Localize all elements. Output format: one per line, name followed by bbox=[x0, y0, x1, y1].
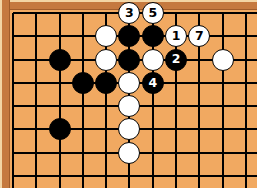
board-cell[interactable] bbox=[1, 71, 24, 94]
grid-line-vertical bbox=[59, 164, 61, 187]
grid-line-vertical bbox=[152, 118, 154, 141]
grid-line-horizontal bbox=[13, 12, 25, 14]
grid-line-vertical bbox=[105, 13, 107, 25]
black-stone-move-4[interactable]: 4 bbox=[142, 72, 164, 94]
board-cell[interactable] bbox=[188, 95, 211, 118]
grid-line-vertical bbox=[175, 95, 177, 118]
board-cell[interactable] bbox=[48, 141, 71, 164]
white-stone[interactable] bbox=[118, 118, 140, 140]
board-cell[interactable] bbox=[234, 48, 257, 71]
grid-line-vertical bbox=[245, 25, 247, 48]
grid-line-vertical bbox=[105, 164, 107, 187]
board-cell[interactable] bbox=[211, 141, 234, 164]
grid-line-vertical bbox=[59, 71, 61, 94]
board-cell[interactable] bbox=[188, 141, 211, 164]
grid-line-vertical bbox=[175, 71, 177, 94]
board-cell[interactable] bbox=[211, 95, 234, 118]
grid-line-vertical bbox=[35, 48, 37, 71]
board-cell[interactable] bbox=[25, 1, 48, 24]
grid-line-vertical bbox=[175, 141, 177, 164]
grid-line-vertical bbox=[175, 118, 177, 141]
white-stone[interactable] bbox=[118, 142, 140, 164]
board-cell[interactable] bbox=[211, 48, 234, 71]
black-stone[interactable] bbox=[118, 25, 140, 47]
board-cell[interactable] bbox=[1, 95, 24, 118]
black-stone[interactable] bbox=[95, 72, 117, 94]
grid-line-vertical bbox=[59, 25, 61, 48]
board-cell[interactable] bbox=[164, 71, 187, 94]
grid-line-vertical bbox=[245, 118, 247, 141]
grid-line-vertical bbox=[175, 13, 177, 25]
black-stone-move-2[interactable]: 2 bbox=[165, 49, 187, 71]
board-cell[interactable] bbox=[118, 118, 141, 141]
black-stone[interactable] bbox=[118, 49, 140, 71]
grid-line-vertical bbox=[105, 141, 107, 164]
board-cell[interactable]: 4 bbox=[141, 71, 164, 94]
board-cell[interactable] bbox=[188, 48, 211, 71]
board-cell[interactable] bbox=[71, 118, 94, 141]
black-stone[interactable] bbox=[49, 118, 71, 140]
grid-line-vertical bbox=[198, 95, 200, 118]
board-cell[interactable] bbox=[188, 164, 211, 187]
board-cell[interactable] bbox=[1, 141, 24, 164]
board-cell[interactable] bbox=[188, 1, 211, 24]
board-cell[interactable]: 1 bbox=[164, 25, 187, 48]
board-cell[interactable] bbox=[1, 164, 24, 187]
grid-line-vertical bbox=[245, 13, 247, 25]
board-cell[interactable] bbox=[1, 1, 24, 24]
grid-line-vertical bbox=[12, 48, 14, 71]
move-number: 2 bbox=[172, 53, 181, 66]
board-cell[interactable] bbox=[164, 118, 187, 141]
grid-line-vertical bbox=[222, 164, 224, 187]
board-cell[interactable] bbox=[95, 141, 118, 164]
grid-line-vertical bbox=[12, 13, 14, 25]
grid-line-vertical bbox=[245, 71, 247, 94]
black-stone[interactable] bbox=[49, 49, 71, 71]
board-cell[interactable]: 3 bbox=[118, 1, 141, 24]
grid-line-vertical bbox=[152, 141, 154, 164]
board-cell[interactable] bbox=[164, 1, 187, 24]
white-stone[interactable] bbox=[118, 72, 140, 94]
black-stone[interactable] bbox=[72, 72, 94, 94]
grid-line-vertical bbox=[222, 141, 224, 164]
grid-line-vertical bbox=[82, 164, 84, 187]
board-cell[interactable] bbox=[141, 25, 164, 48]
white-stone[interactable] bbox=[95, 25, 117, 47]
board-cell[interactable] bbox=[164, 164, 187, 187]
board-cell[interactable] bbox=[71, 25, 94, 48]
board-cell[interactable] bbox=[95, 118, 118, 141]
board-cell[interactable] bbox=[188, 71, 211, 94]
white-stone-move-5[interactable]: 5 bbox=[142, 2, 164, 24]
grid-line-vertical bbox=[82, 25, 84, 48]
board-cell[interactable] bbox=[71, 48, 94, 71]
move-number: 5 bbox=[148, 7, 157, 20]
grid-line-vertical bbox=[222, 118, 224, 141]
board-cell[interactable] bbox=[95, 48, 118, 71]
grid-line-vertical bbox=[59, 13, 61, 25]
board-cell[interactable] bbox=[48, 95, 71, 118]
board-cell[interactable] bbox=[71, 71, 94, 94]
board-cell[interactable] bbox=[234, 71, 257, 94]
board-cell[interactable] bbox=[188, 118, 211, 141]
grid-line-vertical bbox=[198, 48, 200, 71]
grid-line-horizontal bbox=[13, 152, 25, 154]
board-cell[interactable] bbox=[25, 71, 48, 94]
grid-line-vertical bbox=[198, 71, 200, 94]
grid-line-horizontal bbox=[13, 82, 25, 84]
board-cell[interactable] bbox=[234, 95, 257, 118]
grid-line-vertical bbox=[35, 164, 37, 187]
board-cell[interactable] bbox=[25, 95, 48, 118]
board-cell[interactable] bbox=[48, 48, 71, 71]
white-stone[interactable] bbox=[212, 49, 234, 71]
board-cell[interactable] bbox=[71, 95, 94, 118]
board-cell[interactable] bbox=[141, 95, 164, 118]
grid-line-horizontal bbox=[13, 105, 25, 107]
grid-line-vertical bbox=[198, 141, 200, 164]
board-cell[interactable] bbox=[48, 25, 71, 48]
board-cell[interactable] bbox=[234, 164, 257, 187]
board-cell[interactable] bbox=[95, 25, 118, 48]
grid-line-vertical bbox=[198, 164, 200, 187]
board-cell[interactable] bbox=[211, 25, 234, 48]
white-stone-move-3[interactable]: 3 bbox=[118, 2, 140, 24]
board-cell[interactable] bbox=[95, 95, 118, 118]
board-cell[interactable] bbox=[25, 25, 48, 48]
grid-line-vertical bbox=[222, 95, 224, 118]
grid-line-vertical bbox=[105, 118, 107, 141]
board-cell[interactable]: 2 bbox=[164, 48, 187, 71]
board-cell[interactable] bbox=[234, 1, 257, 24]
board-cell[interactable] bbox=[234, 118, 257, 141]
board-cell[interactable] bbox=[118, 141, 141, 164]
board-cell[interactable] bbox=[48, 118, 71, 141]
board-cell[interactable] bbox=[25, 48, 48, 71]
grid-line-vertical bbox=[12, 141, 14, 164]
grid-line-vertical bbox=[82, 95, 84, 118]
grid-line-vertical bbox=[152, 164, 154, 187]
board-cell[interactable] bbox=[1, 118, 24, 141]
grid-line-vertical bbox=[245, 141, 247, 164]
grid-line-vertical bbox=[245, 48, 247, 71]
grid-line-vertical bbox=[35, 13, 37, 25]
grid-line-vertical bbox=[12, 95, 14, 118]
grid-line-vertical bbox=[245, 95, 247, 118]
board-cell[interactable] bbox=[1, 48, 24, 71]
grid-line-vertical bbox=[175, 164, 177, 187]
grid-line-vertical bbox=[222, 25, 224, 48]
grid-line-vertical bbox=[12, 118, 14, 141]
grid-line-vertical bbox=[59, 95, 61, 118]
board-cell[interactable] bbox=[164, 95, 187, 118]
grid-line-horizontal bbox=[13, 35, 25, 37]
white-stone-move-7[interactable]: 7 bbox=[188, 25, 210, 47]
board-cell[interactable] bbox=[118, 48, 141, 71]
board-cell[interactable] bbox=[211, 118, 234, 141]
board-cell[interactable] bbox=[25, 141, 48, 164]
grid-line-horizontal bbox=[13, 128, 25, 130]
move-number: 4 bbox=[148, 77, 157, 90]
grid-line-vertical bbox=[35, 141, 37, 164]
board-cell[interactable] bbox=[1, 25, 24, 48]
board-cell[interactable] bbox=[25, 118, 48, 141]
white-stone[interactable] bbox=[142, 49, 164, 71]
board-cell[interactable] bbox=[141, 48, 164, 71]
board-cell[interactable] bbox=[71, 141, 94, 164]
board-cell[interactable] bbox=[118, 164, 141, 187]
grid-line-vertical bbox=[12, 71, 14, 94]
board-cell[interactable] bbox=[211, 164, 234, 187]
board-cell[interactable] bbox=[234, 141, 257, 164]
grid-line-vertical bbox=[222, 13, 224, 25]
grid-line-vertical bbox=[12, 164, 14, 187]
board-cell[interactable] bbox=[211, 71, 234, 94]
board-cell[interactable] bbox=[118, 25, 141, 48]
move-number: 7 bbox=[195, 30, 204, 43]
grid-line-horizontal bbox=[13, 59, 25, 61]
grid-line-vertical bbox=[245, 164, 247, 187]
grid-line-vertical bbox=[12, 25, 14, 48]
grid-line-vertical bbox=[198, 13, 200, 25]
board-cell[interactable] bbox=[71, 1, 94, 24]
board-cell[interactable] bbox=[25, 164, 48, 187]
grid-line-vertical bbox=[82, 141, 84, 164]
grid-line-vertical bbox=[152, 95, 154, 118]
board-grid: 351724 bbox=[1, 1, 257, 187]
board-cell[interactable] bbox=[48, 71, 71, 94]
board-cell[interactable] bbox=[95, 71, 118, 94]
grid-line-vertical bbox=[35, 71, 37, 94]
board-cell[interactable]: 7 bbox=[188, 25, 211, 48]
board-cell[interactable] bbox=[141, 164, 164, 187]
board-cell[interactable]: 5 bbox=[141, 1, 164, 24]
board-cell[interactable] bbox=[118, 95, 141, 118]
grid-line-vertical bbox=[82, 118, 84, 141]
board-cell[interactable] bbox=[118, 71, 141, 94]
white-stone-move-1[interactable]: 1 bbox=[165, 25, 187, 47]
grid-line-vertical bbox=[35, 95, 37, 118]
move-number: 3 bbox=[125, 7, 134, 20]
board-cell[interactable] bbox=[71, 164, 94, 187]
board-cell[interactable] bbox=[48, 1, 71, 24]
white-stone[interactable] bbox=[95, 49, 117, 71]
board-cell[interactable] bbox=[141, 141, 164, 164]
go-board: 351724 bbox=[0, 0, 257, 188]
move-number: 1 bbox=[172, 30, 181, 43]
grid-line-vertical bbox=[105, 95, 107, 118]
board-cell[interactable] bbox=[48, 164, 71, 187]
board-cell[interactable] bbox=[141, 118, 164, 141]
board-cell[interactable] bbox=[164, 141, 187, 164]
black-stone[interactable] bbox=[142, 25, 164, 47]
grid-line-vertical bbox=[128, 164, 130, 187]
grid-line-vertical bbox=[222, 71, 224, 94]
board-cell[interactable] bbox=[234, 25, 257, 48]
board-cell[interactable] bbox=[95, 1, 118, 24]
grid-line-vertical bbox=[82, 48, 84, 71]
grid-line-vertical bbox=[198, 118, 200, 141]
board-cell[interactable] bbox=[95, 164, 118, 187]
grid-line-vertical bbox=[59, 141, 61, 164]
grid-line-horizontal bbox=[13, 175, 25, 177]
grid-line-vertical bbox=[35, 118, 37, 141]
grid-line-vertical bbox=[35, 25, 37, 48]
board-cell[interactable] bbox=[211, 1, 234, 24]
white-stone[interactable] bbox=[118, 95, 140, 117]
grid-line-vertical bbox=[82, 13, 84, 25]
